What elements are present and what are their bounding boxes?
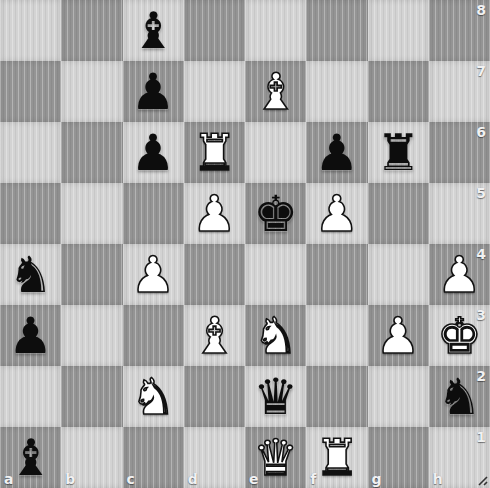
square-b5[interactable] (61, 183, 122, 244)
piece-black-knight[interactable]: ♞ (8, 250, 53, 300)
piece-white-pawn[interactable]: ♟ (376, 311, 421, 361)
square-c6[interactable]: ♟ (123, 122, 184, 183)
square-g3[interactable]: ♟ (368, 305, 429, 366)
piece-black-rook[interactable]: ♜ (376, 128, 421, 178)
piece-white-bishop[interactable]: ♝ (192, 311, 237, 361)
square-d7[interactable] (184, 61, 245, 122)
square-h2[interactable]: ♞2 (429, 366, 490, 427)
rank-label-6: 6 (476, 124, 486, 140)
piece-white-king[interactable]: ♚ (437, 311, 482, 361)
square-e5[interactable]: ♚ (245, 183, 306, 244)
piece-white-pawn[interactable]: ♟ (437, 250, 482, 300)
square-h7[interactable]: 7 (429, 61, 490, 122)
piece-black-queen[interactable]: ♛ (253, 372, 298, 422)
square-g5[interactable] (368, 183, 429, 244)
piece-white-queen[interactable]: ♛ (253, 433, 298, 483)
piece-black-pawn[interactable]: ♟ (131, 128, 176, 178)
square-h5[interactable]: 5 (429, 183, 490, 244)
diagonal-resize-icon[interactable] (474, 472, 488, 486)
square-e6[interactable] (245, 122, 306, 183)
piece-black-pawn[interactable]: ♟ (8, 311, 53, 361)
square-f3[interactable] (306, 305, 367, 366)
file-label-g: g (372, 471, 382, 487)
square-a7[interactable] (0, 61, 61, 122)
piece-white-pawn[interactable]: ♟ (314, 189, 359, 239)
square-b2[interactable] (61, 366, 122, 427)
square-b8[interactable] (61, 0, 122, 61)
square-g8[interactable] (368, 0, 429, 61)
piece-black-bishop[interactable]: ♝ (8, 433, 53, 483)
square-h4[interactable]: ♟4 (429, 244, 490, 305)
piece-white-bishop[interactable]: ♝ (253, 67, 298, 117)
square-h6[interactable]: 6 (429, 122, 490, 183)
piece-black-pawn[interactable]: ♟ (131, 67, 176, 117)
square-b3[interactable] (61, 305, 122, 366)
square-a3[interactable]: ♟ (0, 305, 61, 366)
square-d1[interactable]: d (184, 427, 245, 488)
square-g2[interactable] (368, 366, 429, 427)
piece-white-pawn[interactable]: ♟ (131, 250, 176, 300)
file-label-c: c (127, 471, 135, 487)
square-c4[interactable]: ♟ (123, 244, 184, 305)
square-e3[interactable]: ♞ (245, 305, 306, 366)
piece-white-rook[interactable]: ♜ (314, 433, 359, 483)
file-label-d: d (188, 471, 198, 487)
square-f7[interactable] (306, 61, 367, 122)
square-a2[interactable] (0, 366, 61, 427)
square-c8[interactable]: ♝ (123, 0, 184, 61)
square-c2[interactable]: ♞ (123, 366, 184, 427)
square-c3[interactable] (123, 305, 184, 366)
square-e4[interactable] (245, 244, 306, 305)
piece-white-knight[interactable]: ♞ (131, 372, 176, 422)
piece-white-rook[interactable]: ♜ (192, 128, 237, 178)
square-f5[interactable]: ♟ (306, 183, 367, 244)
file-label-h: h (433, 471, 443, 487)
square-e8[interactable] (245, 0, 306, 61)
square-h8[interactable]: 8 (429, 0, 490, 61)
rank-label-5: 5 (476, 185, 486, 201)
square-f8[interactable] (306, 0, 367, 61)
chess-board: ♝8♟♝7♟♜♟♜6♟♚♟5♞♟♟4♟♝♞♟♚3♞♛♞2♝abcd♛e♜fg1h (0, 0, 490, 488)
rank-label-7: 7 (476, 63, 486, 79)
square-f2[interactable] (306, 366, 367, 427)
square-d2[interactable] (184, 366, 245, 427)
square-d6[interactable]: ♜ (184, 122, 245, 183)
square-a5[interactable] (0, 183, 61, 244)
piece-black-knight[interactable]: ♞ (437, 372, 482, 422)
square-g6[interactable]: ♜ (368, 122, 429, 183)
square-e7[interactable]: ♝ (245, 61, 306, 122)
rank-label-1: 1 (476, 429, 486, 445)
piece-white-knight[interactable]: ♞ (253, 311, 298, 361)
piece-black-bishop[interactable]: ♝ (131, 6, 176, 56)
square-c1[interactable]: c (123, 427, 184, 488)
square-b4[interactable] (61, 244, 122, 305)
square-b1[interactable]: b (61, 427, 122, 488)
square-c7[interactable]: ♟ (123, 61, 184, 122)
square-d4[interactable] (184, 244, 245, 305)
square-b6[interactable] (61, 122, 122, 183)
square-a8[interactable] (0, 0, 61, 61)
square-g7[interactable] (368, 61, 429, 122)
square-h3[interactable]: ♚3 (429, 305, 490, 366)
square-f6[interactable]: ♟ (306, 122, 367, 183)
square-a1[interactable]: ♝a (0, 427, 61, 488)
square-d8[interactable] (184, 0, 245, 61)
piece-black-king[interactable]: ♚ (253, 189, 298, 239)
square-f4[interactable] (306, 244, 367, 305)
square-c5[interactable] (123, 183, 184, 244)
square-b7[interactable] (61, 61, 122, 122)
square-g1[interactable]: g (368, 427, 429, 488)
square-f1[interactable]: ♜f (306, 427, 367, 488)
square-e1[interactable]: ♛e (245, 427, 306, 488)
square-e2[interactable]: ♛ (245, 366, 306, 427)
square-d5[interactable]: ♟ (184, 183, 245, 244)
square-g4[interactable] (368, 244, 429, 305)
piece-white-pawn[interactable]: ♟ (192, 189, 237, 239)
square-a4[interactable]: ♞ (0, 244, 61, 305)
piece-black-pawn[interactable]: ♟ (314, 128, 359, 178)
square-d3[interactable]: ♝ (184, 305, 245, 366)
file-label-b: b (65, 471, 75, 487)
square-a6[interactable] (0, 122, 61, 183)
rank-label-8: 8 (476, 2, 486, 18)
